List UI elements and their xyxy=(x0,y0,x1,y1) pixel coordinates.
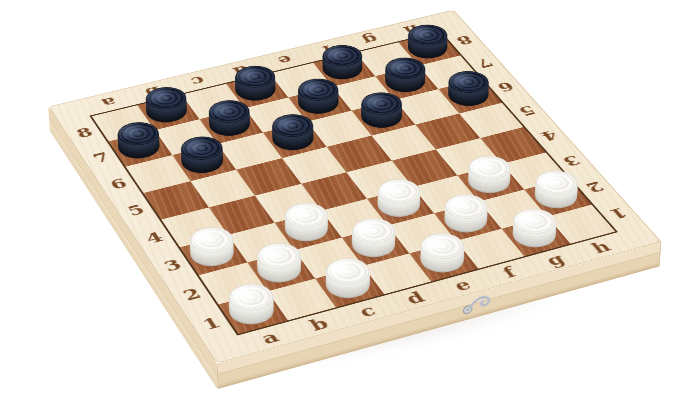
file-label-top-e: e xyxy=(275,54,295,67)
file-label-top-g: g xyxy=(359,33,381,46)
file-label-bottom-d: d xyxy=(403,289,428,306)
rank-label-right-7: 7 xyxy=(474,56,496,70)
rank-label-left-1: 1 xyxy=(199,315,223,332)
file-label-top-a: a xyxy=(99,96,119,110)
rank-label-left-3: 3 xyxy=(161,257,184,273)
rank-label-left-4: 4 xyxy=(143,229,166,245)
file-label-bottom-f: f xyxy=(499,265,518,280)
rank-label-left-2: 2 xyxy=(180,286,204,303)
rank-label-right-4: 4 xyxy=(538,128,561,143)
square-a5[interactable] xyxy=(143,181,208,219)
file-label-bottom-a: a xyxy=(258,329,281,346)
rank-label-left-6: 6 xyxy=(107,176,129,191)
file-label-bottom-b: b xyxy=(307,315,332,332)
rank-label-right-6: 6 xyxy=(494,80,517,94)
rank-label-left-8: 8 xyxy=(74,125,96,140)
file-label-bottom-h: h xyxy=(588,239,613,255)
file-label-bottom-e: e xyxy=(451,277,474,293)
rank-label-left-5: 5 xyxy=(125,202,148,218)
rank-label-right-5: 5 xyxy=(516,104,539,118)
file-label-top-c: c xyxy=(188,74,208,87)
file-label-bottom-g: g xyxy=(543,251,568,267)
rank-label-left-7: 7 xyxy=(90,150,112,165)
rank-label-right-2: 2 xyxy=(583,179,607,194)
rank-label-right-8: 8 xyxy=(453,34,475,47)
rank-label-right-3: 3 xyxy=(560,154,584,169)
photo-stage: 8877665544332211aabbccddeeffgghh xyxy=(0,0,673,402)
rank-label-right-1: 1 xyxy=(606,206,630,222)
file-label-bottom-c: c xyxy=(356,303,379,320)
